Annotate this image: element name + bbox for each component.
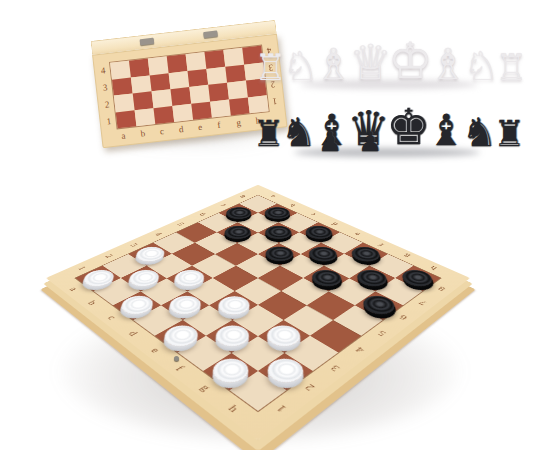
box-square-b1 (135, 108, 156, 127)
chess-piece-white-queen[interactable]: ♕ (349, 41, 388, 84)
rank-label-right: 4 (353, 346, 366, 355)
box-rank-label: 2 (104, 100, 109, 109)
rank-label-left: 1 (77, 265, 89, 271)
file-label-near: c (106, 314, 119, 321)
rank-label-right: 7 (417, 299, 428, 306)
rank-label-right: 6 (397, 313, 409, 321)
file-label-far: d (330, 221, 340, 226)
box-square-g1 (229, 97, 250, 116)
box-file-label: c (159, 127, 164, 136)
box-rank-label: 4 (100, 66, 105, 75)
box-file-label: f (217, 121, 221, 130)
rank-label-left: 6 (198, 212, 208, 217)
chess-piece-white-knight[interactable]: ♘ (283, 48, 315, 84)
file-label-near: e (149, 346, 163, 355)
file-label-near: d (127, 329, 141, 337)
file-label-far: f (377, 242, 386, 247)
chess-piece-white-knight[interactable]: ♘ (464, 48, 496, 84)
chess-piece-black-rook[interactable]: ♜ (252, 118, 280, 150)
board-frame: aabbccddeeffgghh1122334455667788 (46, 185, 470, 441)
board-grid (74, 195, 442, 413)
chess-piece-black-king[interactable]: ♚ (386, 105, 427, 150)
rank-label-left: 2 (104, 253, 116, 259)
black-chess-pieces-row: ♜♞♝♛♚♝♞♜♟♟ (292, 82, 482, 150)
chess-piece-white-bishop[interactable]: ♗ (429, 45, 464, 84)
file-label-far: a (269, 194, 278, 198)
chess-piece-white-bishop[interactable]: ♗ (315, 45, 350, 84)
rank-label-left: 7 (218, 203, 228, 208)
box-file-label: b (140, 129, 145, 138)
chess-piece-black-pawn[interactable]: ♟ (358, 130, 378, 154)
file-label-far: c (308, 212, 317, 217)
chess-piece-black-rook[interactable]: ♜ (493, 118, 521, 150)
file-label-far: e (353, 231, 363, 236)
file-label-near: b (86, 299, 99, 306)
box-rank-label: 1 (106, 117, 111, 126)
box-rank-label: 3 (102, 83, 107, 92)
box-square-f1 (210, 99, 231, 118)
white-chess-pieces-row: ♖♘♗♕♔♗♘♖ (298, 6, 480, 84)
chess-piece-white-king[interactable]: ♔ (388, 39, 429, 84)
latch-pin-icon (174, 356, 179, 361)
rank-label-left: 8 (238, 194, 248, 198)
rank-label-right: 3 (329, 363, 343, 372)
rank-label-right: 5 (376, 329, 388, 337)
box-rank-label-mirror: 1 (272, 96, 277, 105)
file-label-near: f (174, 364, 187, 372)
chess-piece-white-rook[interactable]: ♖ (254, 52, 282, 84)
chess-piece-white-rook[interactable]: ♖ (495, 52, 523, 84)
rank-label-left: 4 (153, 231, 164, 236)
box-square-e1 (191, 101, 212, 120)
file-label-far: h (428, 265, 439, 271)
file-label-far: g (401, 253, 411, 259)
box-square-h1 (248, 95, 269, 114)
box-board-grid (109, 44, 270, 129)
box-square-a1 (116, 110, 137, 129)
hinge-icon (203, 30, 218, 38)
rank-label-right: 1 (275, 403, 290, 414)
chess-piece-black-pawn[interactable]: ♟ (318, 130, 338, 154)
rank-label-right: 2 (303, 382, 317, 392)
file-label-far: b (288, 203, 298, 208)
box-square-c1 (153, 106, 174, 125)
checkers-board: aabbccddeeffgghh1122334455667788 (46, 185, 470, 441)
chess-piece-black-knight[interactable]: ♞ (281, 114, 313, 150)
chess-piece-black-knight[interactable]: ♞ (462, 114, 494, 150)
rank-label-left: 5 (176, 221, 187, 226)
hinge-icon (140, 38, 155, 46)
box-square-d1 (172, 103, 193, 122)
box-file-label: e (198, 123, 203, 132)
product-photo-scene: 43214321abcdefgh ♖♘♗♕♔♗♘♖ ♜♞♝♛♚♝♞♜♟♟ aab… (0, 0, 550, 450)
box-file-label: g (236, 118, 241, 127)
file-label-near: h (226, 403, 241, 414)
file-label-near: a (68, 285, 81, 292)
box-file-label: a (121, 132, 126, 141)
chess-piece-black-bishop[interactable]: ♝ (427, 111, 462, 150)
rank-label-left: 3 (129, 242, 140, 248)
file-label-near: g (199, 382, 214, 392)
rank-label-right: 8 (436, 285, 447, 292)
box-file-label: d (179, 125, 184, 134)
